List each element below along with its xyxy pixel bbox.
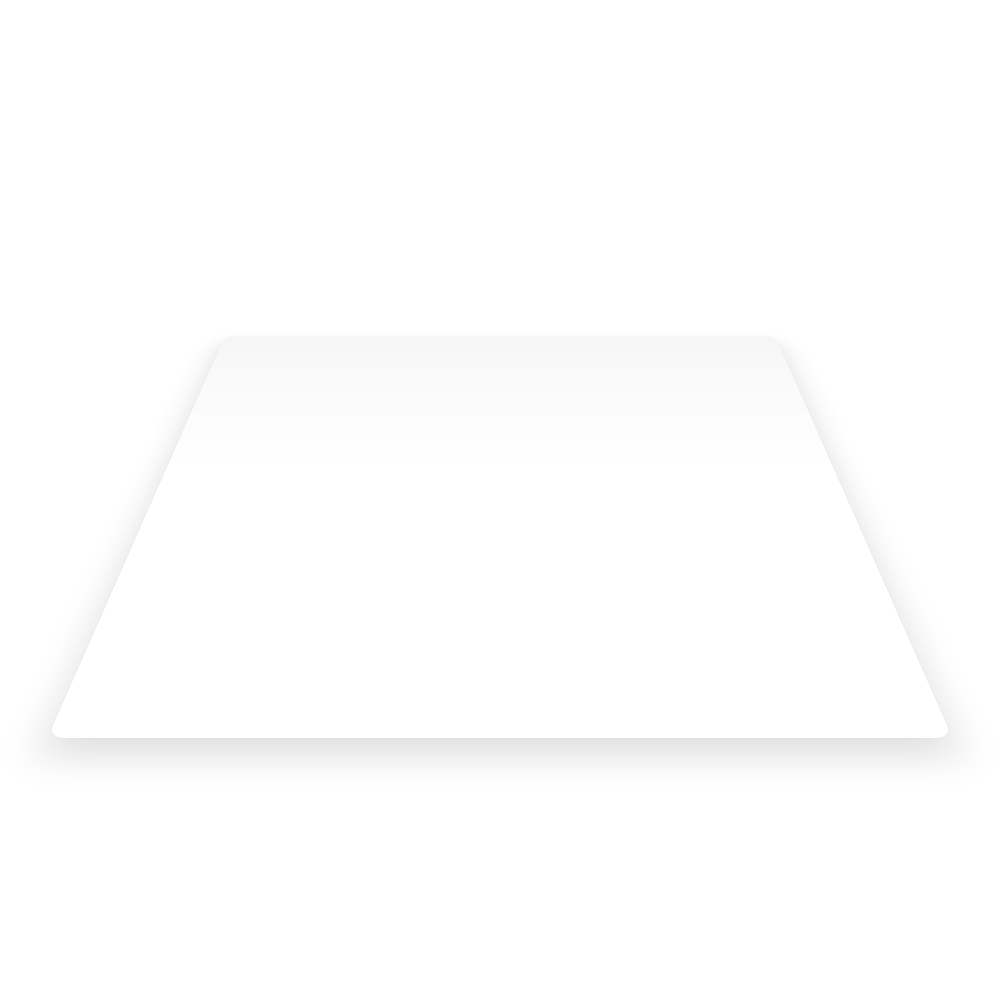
pieces-layer — [0, 0, 1000, 1000]
photo-background — [0, 0, 1000, 1000]
